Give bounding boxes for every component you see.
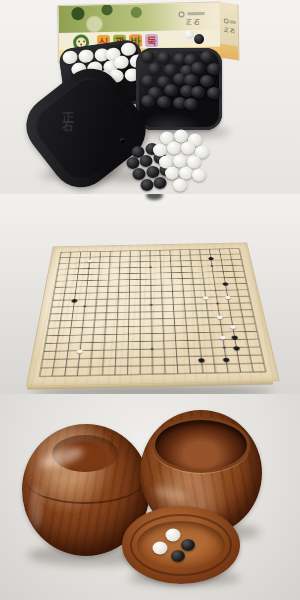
black-stone	[133, 168, 146, 180]
black-stone: ●	[230, 332, 240, 341]
photo-stones-box: 正石 신 광 바 둑 Jung Stone 正石	[0, 0, 300, 194]
board-perspective-wrap: ●●●●●●●●●●●●●●	[0, 194, 300, 394]
board-point: ●	[68, 295, 80, 304]
title-char-4: 둑	[145, 34, 158, 47]
white-stone: ●	[75, 346, 85, 355]
go-board: ●●●●●●●●●●●●●●	[26, 242, 280, 386]
white-stone	[173, 179, 187, 192]
black-stone	[141, 75, 155, 87]
black-stone	[148, 63, 162, 75]
hanja-label: 正石	[224, 26, 236, 34]
maker-fine-print	[188, 12, 205, 15]
white-stone: ●	[201, 294, 210, 302]
black-stone	[141, 95, 155, 107]
white-stone: ●	[228, 322, 238, 331]
board-point: ●	[226, 321, 239, 331]
black-stone	[164, 84, 178, 96]
black-stone: ●	[70, 296, 79, 304]
plastic-bowl-black-stones	[136, 48, 222, 130]
white-stone: ●	[223, 293, 232, 301]
black-stone	[207, 63, 221, 75]
white-stone: ●	[215, 312, 224, 320]
maker-logo-icon	[178, 11, 184, 17]
white-stone	[167, 142, 181, 155]
board-point: ●	[213, 311, 226, 321]
black-stone	[157, 52, 171, 64]
board-point: ●	[221, 292, 234, 301]
lid-embossed-label: 正石	[59, 102, 76, 120]
board-point: ●	[195, 353, 208, 365]
board-point: ●	[228, 331, 242, 342]
black-stones-fill	[141, 52, 217, 104]
black-stone	[157, 96, 171, 108]
black-stone	[184, 98, 198, 110]
upturned-lid-tray	[122, 506, 240, 584]
white-stone	[181, 142, 195, 155]
black-stone	[191, 86, 205, 98]
black-stone: ●	[221, 354, 231, 364]
white-stone	[174, 130, 188, 143]
board-stones-grid: ●●●●●●●●●●●●●●	[32, 246, 273, 381]
black-stone	[181, 539, 195, 551]
white-stone: ●	[218, 332, 228, 341]
gloss-highlight	[153, 484, 189, 504]
black-stone	[191, 62, 205, 74]
black-stone	[171, 550, 185, 562]
printed-black-stone-icon	[194, 34, 204, 44]
white-stone	[153, 542, 168, 555]
board-point: ●	[219, 353, 233, 365]
white-stone	[192, 169, 206, 182]
photo-go-board: ●●●●●●●●●●●●●●	[0, 194, 300, 394]
board-point: ●	[229, 342, 243, 353]
board-point: ●	[84, 257, 95, 265]
black-stone	[207, 87, 221, 99]
white-stone: ●	[86, 258, 94, 265]
black-stone: ●	[197, 355, 207, 365]
hanja-label: 正石	[186, 18, 202, 27]
white-stone	[166, 529, 181, 542]
black-stone	[200, 75, 214, 87]
white-stone	[165, 167, 179, 180]
black-stone: ●	[221, 280, 230, 287]
board-point: ●	[219, 279, 231, 288]
black-stone	[141, 51, 155, 63]
gloss-highlight	[144, 113, 204, 127]
board-point: ●	[200, 293, 212, 302]
white-stone	[179, 167, 193, 180]
white-stone	[113, 55, 130, 70]
box-side-face: 正石	[219, 2, 239, 61]
maker-fine-print	[230, 20, 236, 24]
photo-wooden-bowls	[0, 394, 300, 600]
black-stone	[141, 179, 154, 191]
product-photo-collage: 正石 신 광 바 둑 Jung Stone 正石	[0, 0, 300, 600]
gloss-highlight	[30, 486, 42, 528]
bowl-opening	[152, 417, 250, 473]
maker-logo-icon	[224, 18, 229, 24]
black-stone	[154, 177, 167, 189]
black-stone: ●	[231, 343, 241, 352]
black-stone: ●	[207, 255, 215, 261]
printed-white-stone-icon	[185, 30, 194, 39]
board-point: ●	[205, 254, 216, 262]
board-point: ●	[73, 345, 86, 356]
black-stone	[200, 51, 214, 63]
